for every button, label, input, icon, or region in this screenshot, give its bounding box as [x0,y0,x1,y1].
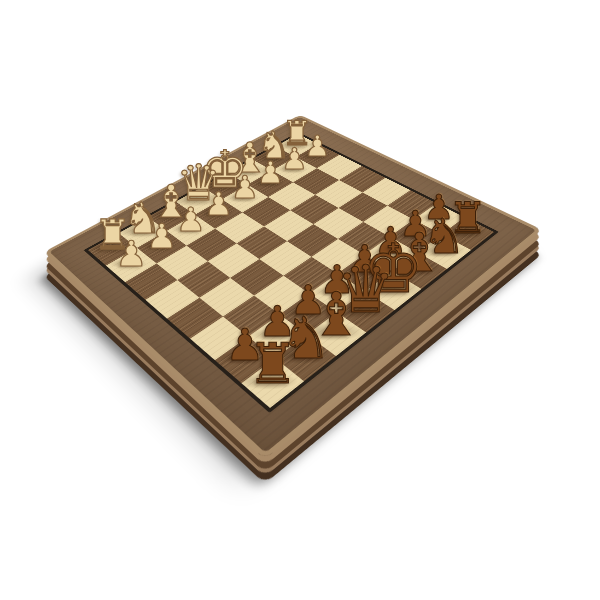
white-pawn-g2: ♟ [281,145,307,175]
product-photo: ♜♟♞♟♝♟♚♟♛♟♝♟♟♞♜♟♟♜♞♟♟♝♟♚♟♛♟♝♟♞♟♜ [0,0,600,600]
white-pawn-a2: ♟ [115,236,147,271]
white-pawn-b2: ♟ [146,219,177,253]
white-pawn-f2: ♟ [257,159,284,189]
pieces-layer: ♜♟♞♟♝♟♚♟♛♟♝♟♟♞♜♟♟♜♞♟♟♝♟♚♟♛♟♝♟♞♟♜ [0,0,600,600]
black-rook-a8: ♜ [248,336,298,392]
white-pawn-h2: ♟ [305,132,331,161]
white-pawn-d2: ♟ [204,187,233,219]
white-pawn-c2: ♟ [176,203,206,236]
white-pawn-e2: ♟ [231,173,259,204]
